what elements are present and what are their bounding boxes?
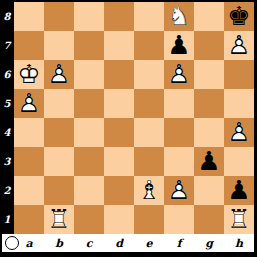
- square-d5[interactable]: [104, 89, 134, 118]
- white-rook-glyph-outline: ♖: [44, 205, 74, 234]
- piece-white-king[interactable]: ♚♔: [14, 60, 44, 89]
- black-pawn-glyph-fill: ♟: [224, 176, 254, 205]
- square-g3[interactable]: ♟: [194, 147, 224, 176]
- square-f6[interactable]: ♟♙: [164, 60, 194, 89]
- square-d6[interactable]: [104, 60, 134, 89]
- square-c8[interactable]: [74, 2, 104, 31]
- white-pawn-glyph-outline: ♙: [224, 31, 254, 60]
- square-a8[interactable]: [14, 2, 44, 31]
- square-f8[interactable]: ♞♘: [164, 2, 194, 31]
- square-d2[interactable]: [104, 176, 134, 205]
- piece-white-rook[interactable]: ♜♖: [224, 205, 254, 234]
- square-f5[interactable]: [164, 89, 194, 118]
- piece-white-knight[interactable]: ♞♘: [164, 2, 194, 31]
- rank-label-8: 8: [0, 2, 14, 31]
- piece-white-pawn[interactable]: ♟♙: [224, 31, 254, 60]
- piece-white-pawn[interactable]: ♟♙: [164, 176, 194, 205]
- piece-black-king[interactable]: ♚: [224, 2, 254, 31]
- black-pawn-glyph-fill: ♟: [194, 147, 224, 176]
- square-c3[interactable]: [74, 147, 104, 176]
- square-f2[interactable]: ♟♙: [164, 176, 194, 205]
- square-f4[interactable]: [164, 118, 194, 147]
- piece-white-pawn[interactable]: ♟♙: [164, 60, 194, 89]
- square-d4[interactable]: [104, 118, 134, 147]
- square-b4[interactable]: [44, 118, 74, 147]
- white-pawn-glyph-outline: ♙: [44, 60, 74, 89]
- square-g5[interactable]: [194, 89, 224, 118]
- square-e5[interactable]: [134, 89, 164, 118]
- piece-white-pawn[interactable]: ♟♙: [44, 60, 74, 89]
- rank-label-6: 6: [0, 60, 14, 89]
- square-h4[interactable]: ♟♙: [224, 118, 254, 147]
- square-d1[interactable]: [104, 205, 134, 234]
- square-a6[interactable]: ♚♔: [14, 60, 44, 89]
- file-label-g: g: [194, 234, 224, 252]
- rank-label-3: 3: [0, 147, 14, 176]
- square-h7[interactable]: ♟♙: [224, 31, 254, 60]
- file-label-h: h: [224, 234, 254, 252]
- square-e7[interactable]: [134, 31, 164, 60]
- square-b3[interactable]: [44, 147, 74, 176]
- square-a1[interactable]: [14, 205, 44, 234]
- square-a5[interactable]: ♟♙: [14, 89, 44, 118]
- black-pawn-glyph-fill: ♟: [164, 31, 194, 60]
- square-h1[interactable]: ♜♖: [224, 205, 254, 234]
- square-a2[interactable]: [14, 176, 44, 205]
- rank-label-5: 5: [0, 89, 14, 118]
- square-a7[interactable]: [14, 31, 44, 60]
- white-pawn-glyph-outline: ♙: [164, 60, 194, 89]
- square-g6[interactable]: [194, 60, 224, 89]
- rank-label-7: 7: [0, 31, 14, 60]
- square-e3[interactable]: [134, 147, 164, 176]
- white-pawn-glyph-outline: ♙: [14, 89, 44, 118]
- square-h3[interactable]: [224, 147, 254, 176]
- square-d8[interactable]: [104, 2, 134, 31]
- square-f7[interactable]: ♟: [164, 31, 194, 60]
- square-e1[interactable]: [134, 205, 164, 234]
- piece-black-pawn[interactable]: ♟: [164, 31, 194, 60]
- piece-white-bishop[interactable]: ♝♗: [134, 176, 164, 205]
- white-pawn-glyph-outline: ♙: [224, 118, 254, 147]
- rank-label-1: 1: [0, 205, 14, 234]
- square-b2[interactable]: [44, 176, 74, 205]
- square-b1[interactable]: ♜♖: [44, 205, 74, 234]
- square-h8[interactable]: ♚: [224, 2, 254, 31]
- square-c5[interactable]: [74, 89, 104, 118]
- square-d7[interactable]: [104, 31, 134, 60]
- file-label-e: e: [134, 234, 164, 252]
- square-h6[interactable]: [224, 60, 254, 89]
- rank-label-4: 4: [0, 118, 14, 147]
- square-e2[interactable]: ♝♗: [134, 176, 164, 205]
- square-c7[interactable]: [74, 31, 104, 60]
- white-king-glyph-outline: ♔: [14, 60, 44, 89]
- file-labels: abcdefgh: [14, 234, 254, 252]
- square-e4[interactable]: [134, 118, 164, 147]
- square-h2[interactable]: ♟: [224, 176, 254, 205]
- chess-board: ♞♘♚♟♟♙♚♔♟♙♟♙♟♙♟♙♟♝♗♟♙♟♜♖♜♖: [14, 2, 254, 234]
- square-g4[interactable]: [194, 118, 224, 147]
- piece-white-pawn[interactable]: ♟♙: [224, 118, 254, 147]
- black-king-glyph-fill: ♚: [224, 2, 254, 31]
- square-c4[interactable]: [74, 118, 104, 147]
- square-c6[interactable]: [74, 60, 104, 89]
- white-pawn-glyph-outline: ♙: [164, 176, 194, 205]
- piece-black-pawn[interactable]: ♟: [224, 176, 254, 205]
- square-c2[interactable]: [74, 176, 104, 205]
- square-a3[interactable]: [14, 147, 44, 176]
- square-e6[interactable]: [134, 60, 164, 89]
- square-e8[interactable]: [134, 2, 164, 31]
- file-label-a: a: [14, 234, 44, 252]
- square-g7[interactable]: [194, 31, 224, 60]
- square-c1[interactable]: [74, 205, 104, 234]
- white-knight-glyph-outline: ♘: [164, 2, 194, 31]
- file-label-c: c: [74, 234, 104, 252]
- chess-diagram: 87654321 ♞♘♚♟♟♙♚♔♟♙♟♙♟♙♟♙♟♝♗♟♙♟♜♖♜♖ abcd…: [0, 0, 257, 257]
- square-b8[interactable]: [44, 2, 74, 31]
- square-b6[interactable]: ♟♙: [44, 60, 74, 89]
- file-label-b: b: [44, 234, 74, 252]
- rank-label-2: 2: [0, 176, 14, 205]
- file-label-f: f: [164, 234, 194, 252]
- white-bishop-glyph-outline: ♗: [134, 176, 164, 205]
- square-f3[interactable]: [164, 147, 194, 176]
- white-rook-glyph-outline: ♖: [224, 205, 254, 234]
- square-b7[interactable]: [44, 31, 74, 60]
- square-g8[interactable]: [194, 2, 224, 31]
- bottom-coordinate-strip: abcdefgh: [2, 234, 254, 252]
- file-label-d: d: [104, 234, 134, 252]
- piece-white-pawn[interactable]: ♟♙: [14, 89, 44, 118]
- square-h5[interactable]: [224, 89, 254, 118]
- square-g2[interactable]: [194, 176, 224, 205]
- square-f1[interactable]: [164, 205, 194, 234]
- rank-labels: 87654321: [0, 2, 14, 234]
- piece-black-pawn[interactable]: ♟: [194, 147, 224, 176]
- square-a4[interactable]: [14, 118, 44, 147]
- square-b5[interactable]: [44, 89, 74, 118]
- square-g1[interactable]: [194, 205, 224, 234]
- square-d3[interactable]: [104, 147, 134, 176]
- piece-white-rook[interactable]: ♜♖: [44, 205, 74, 234]
